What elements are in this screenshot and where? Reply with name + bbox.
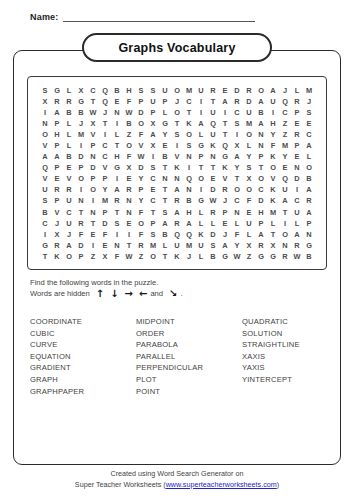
word-item: PLOT [136, 374, 242, 386]
grid-cell: P [87, 174, 99, 185]
grid-cell: N [255, 129, 267, 140]
grid-cell: A [39, 151, 51, 162]
grid-cell: I [147, 151, 159, 162]
grid-cell: T [123, 240, 135, 251]
grid-cell: A [255, 96, 267, 107]
grid-cell: N [255, 140, 267, 151]
grid-cell: E [219, 85, 231, 96]
grid-cell: N [207, 151, 219, 162]
grid-cell: R [63, 185, 75, 196]
grid-cell: U [63, 218, 75, 229]
grid-cell: S [171, 129, 183, 140]
grid-cell: J [51, 218, 63, 229]
grid-cell: G [219, 151, 231, 162]
grid-cell: S [243, 162, 255, 173]
grid-cell: Z [279, 129, 291, 140]
grid-cell: H [51, 129, 63, 140]
grid-cell: O [243, 185, 255, 196]
grid-cell: B [303, 174, 315, 185]
grid-cell: L [303, 151, 315, 162]
grid-cell: Q [99, 96, 111, 107]
grid-cell: A [303, 207, 315, 218]
grid-cell: K [195, 229, 207, 240]
grid-cell: C [303, 129, 315, 140]
grid-cell: O [243, 129, 255, 140]
grid-cell: R [123, 185, 135, 196]
grid-cell: G [111, 162, 123, 173]
grid-cell: X [87, 118, 99, 129]
grid-cell: Q [39, 162, 51, 173]
grid-cell: N [111, 240, 123, 251]
grid-cell: H [255, 207, 267, 218]
grid-cell: C [147, 174, 159, 185]
grid-cell: A [303, 140, 315, 151]
grid-cell: L [195, 218, 207, 229]
grid-cell: D [255, 196, 267, 207]
grid-cell: G [255, 251, 267, 262]
grid-cell: G [51, 85, 63, 96]
grid-cell: F [135, 207, 147, 218]
word-item: STRAIGHTLINE [242, 339, 348, 351]
grid-cell: S [135, 85, 147, 96]
grid-cell: P [147, 218, 159, 229]
grid-cell: K [207, 140, 219, 151]
grid-cell: U [39, 185, 51, 196]
grid-cell: S [39, 196, 51, 207]
grid-cell: Y [159, 129, 171, 140]
grid-cell: Y [135, 174, 147, 185]
grid-cell: Q [99, 85, 111, 96]
grid-cell: T [279, 207, 291, 218]
word-item: PARALLEL [136, 351, 242, 363]
grid-cell: N [39, 118, 51, 129]
grid-cell: X [231, 140, 243, 151]
word-item: YAXIS [242, 362, 348, 374]
grid-cell: B [63, 107, 75, 118]
grid-cell: X [243, 174, 255, 185]
grid-cell: P [147, 107, 159, 118]
grid-cell: T [207, 162, 219, 173]
grid-cell: T [39, 251, 51, 262]
website-link[interactable]: www.superteacherworksheets.com [166, 480, 277, 489]
grid-cell: T [87, 218, 99, 229]
grid-cell: S [159, 207, 171, 218]
grid-cell: O [255, 174, 267, 185]
grid-cell: T [219, 118, 231, 129]
grid-cell: P [255, 218, 267, 229]
grid-cell: N [159, 174, 171, 185]
grid-cell: V [63, 174, 75, 185]
grid-cell: Y [99, 185, 111, 196]
grid-cell: L [195, 207, 207, 218]
grid-cell: Z [135, 251, 147, 262]
grid-cell: E [123, 174, 135, 185]
grid-cell: A [51, 151, 63, 162]
grid-cell: T [75, 207, 87, 218]
grid-cell: Y [243, 151, 255, 162]
grid-cell: Q [207, 118, 219, 129]
grid-cell: G [39, 240, 51, 251]
word-item: EQUATION [30, 351, 136, 363]
grid-cell: G [195, 140, 207, 151]
name-row: Name: [30, 10, 330, 22]
name-blank-line [63, 10, 255, 22]
grid-cell: B [255, 107, 267, 118]
grid-cell: N [87, 207, 99, 218]
grid-cell: R [291, 96, 303, 107]
worksheet-page: Name: Graphs Vocabulary SGLXCQBHSSUOMURE… [0, 0, 354, 500]
grid-cell: C [279, 107, 291, 118]
grid-cell: K [51, 251, 63, 262]
grid-cell: L [231, 218, 243, 229]
grid-cell: P [99, 207, 111, 218]
grid-cell: K [267, 185, 279, 196]
grid-cell: W [291, 251, 303, 262]
grid-cell: X [243, 240, 255, 251]
grid-cell: T [159, 251, 171, 262]
instructions-line1: Find the following words in the puzzle. [30, 277, 183, 288]
puzzle-grid-box: SGLXCQBHSSUOMUREDROAJLMXRRGTQEFPUPJCITAR… [27, 76, 327, 270]
grid-cell: F [243, 196, 255, 207]
grid-cell: R [207, 207, 219, 218]
grid-cell: R [51, 96, 63, 107]
grid-cell: P [51, 140, 63, 151]
word-item: GRAPHPAPER [30, 386, 136, 398]
grid-cell: R [171, 218, 183, 229]
grid-cell: A [303, 185, 315, 196]
grid-cell: P [51, 162, 63, 173]
grid-cell: U [171, 240, 183, 251]
grid-cell: K [219, 162, 231, 173]
grid-cell: L [291, 218, 303, 229]
grid-cell: T [87, 96, 99, 107]
grid-cell: J [75, 118, 87, 129]
grid-cell: M [183, 240, 195, 251]
grid-cell: D [231, 85, 243, 96]
grid-cell: O [231, 185, 243, 196]
grid-cell: N [87, 151, 99, 162]
grid-cell: L [159, 240, 171, 251]
grid-cell: C [231, 196, 243, 207]
grid-cell: R [51, 185, 63, 196]
grid-cell: T [207, 96, 219, 107]
grid-cell: O [183, 129, 195, 140]
grid-cell: I [171, 140, 183, 151]
grid-cell: E [99, 240, 111, 251]
grid-cell: T [159, 162, 171, 173]
grid-cell: D [75, 151, 87, 162]
grid-cell: P [291, 140, 303, 151]
grid-cell: O [123, 140, 135, 151]
grid-cell: U [207, 129, 219, 140]
grid-cell: L [63, 129, 75, 140]
grid-cell: F [123, 151, 135, 162]
grid-cell: C [147, 196, 159, 207]
grid-cell: D [207, 185, 219, 196]
grid-cell: N [291, 162, 303, 173]
grid-cell: N [231, 207, 243, 218]
grid-cell: E [123, 218, 135, 229]
grid-cell: A [171, 185, 183, 196]
grid-cell: C [99, 140, 111, 151]
grid-cell: I [75, 140, 87, 151]
grid-cell: E [111, 96, 123, 107]
grid-cell: P [219, 207, 231, 218]
grid-cell: O [267, 162, 279, 173]
grid-cell: A [219, 96, 231, 107]
grid-cell: I [99, 129, 111, 140]
grid-cell: O [135, 218, 147, 229]
grid-cell: U [243, 218, 255, 229]
grid-cell: P [195, 151, 207, 162]
grid-cell: Q [183, 174, 195, 185]
grid-cell: F [123, 96, 135, 107]
grid-cell: Q [183, 229, 195, 240]
grid-cell: E [63, 162, 75, 173]
grid-cell: N [75, 196, 87, 207]
grid-cell: A [51, 107, 63, 118]
grid-cell: K [171, 251, 183, 262]
grid-cell: J [183, 251, 195, 262]
grid-cell: I [279, 218, 291, 229]
grid-cell: C [183, 96, 195, 107]
grid-cell: S [39, 85, 51, 96]
grid-cell: T [267, 229, 279, 240]
grid-cell: C [87, 85, 99, 96]
grid-cell: T [255, 162, 267, 173]
grid-cell: L [207, 218, 219, 229]
grid-cell: I [195, 107, 207, 118]
grid-cell: A [255, 229, 267, 240]
grid-cell: S [303, 107, 315, 118]
grid-cell: L [243, 229, 255, 240]
grid-cell: O [195, 174, 207, 185]
grid-cell: T [111, 140, 123, 151]
grid-cell: L [195, 129, 207, 140]
word-col-1: COORDINATECUBICCURVEEQUATIONGRADIENTGRAP… [30, 316, 136, 397]
grid-cell: S [147, 85, 159, 96]
grid-cell: R [75, 218, 87, 229]
grid-cell: L [291, 85, 303, 96]
grid-cell: O [147, 251, 159, 262]
grid-cell: N [111, 107, 123, 118]
grid-cell: E [291, 151, 303, 162]
grid-cell: P [291, 107, 303, 118]
grid-cell: T [111, 207, 123, 218]
grid-cell: I [183, 162, 195, 173]
grid-cell: I [39, 229, 51, 240]
grid-cell: Y [231, 240, 243, 251]
grid-cell: L [63, 85, 75, 96]
hidden-directions-text: Words are hidden [30, 288, 90, 299]
word-item: POINT [136, 386, 242, 398]
grid-cell: W [87, 107, 99, 118]
period-text: . [180, 288, 182, 299]
grid-cell: R [219, 185, 231, 196]
grid-cell: I [111, 174, 123, 185]
grid-cell: I [39, 107, 51, 118]
grid-cell: P [51, 196, 63, 207]
grid-cell: I [291, 185, 303, 196]
word-item: GRAPH [30, 374, 136, 386]
grid-cell: N [123, 207, 135, 218]
word-grid: SGLXCQBHSSUOMUREDROAJLMXRRGTQEFPUPJCITAR… [39, 85, 315, 262]
word-item: YINTERCEPT [242, 374, 348, 386]
diagonal-down-right-arrow-icon: ↘ [169, 289, 177, 299]
grid-cell: P [75, 162, 87, 173]
grid-cell: J [303, 96, 315, 107]
title-capsule: Graphs Vocabulary [82, 33, 272, 62]
grid-cell: R [279, 251, 291, 262]
grid-cell: M [99, 196, 111, 207]
grid-cell: T [159, 185, 171, 196]
grid-cell: S [147, 162, 159, 173]
grid-cell: A [147, 129, 159, 140]
grid-cell: J [99, 107, 111, 118]
grid-cell: C [39, 218, 51, 229]
grid-cell: Y [135, 196, 147, 207]
grid-cell: D [87, 162, 99, 173]
grid-cell: C [63, 207, 75, 218]
grid-cell: Q [171, 229, 183, 240]
grid-cell: R [207, 85, 219, 96]
footer: Created using Word Search Generator on S… [0, 469, 354, 490]
grid-cell: O [75, 174, 87, 185]
page-title: Graphs Vocabulary [118, 41, 235, 55]
grid-cell: P [99, 174, 111, 185]
grid-cell: A [159, 218, 171, 229]
grid-cell: A [279, 196, 291, 207]
grid-cell: W [231, 251, 243, 262]
grid-cell: P [159, 96, 171, 107]
grid-cell: A [63, 240, 75, 251]
word-item: MIDPOINT [136, 316, 242, 328]
grid-cell: U [195, 240, 207, 251]
grid-cell: A [183, 218, 195, 229]
grid-cell: L [63, 140, 75, 151]
grid-cell: T [183, 107, 195, 118]
grid-cell: M [267, 207, 279, 218]
grid-cell: E [303, 118, 315, 129]
word-col-2: MIDPOINTORDERPARABOLAPARALLELPERPENDICUL… [136, 316, 242, 397]
grid-cell: B [39, 207, 51, 218]
grid-cell: S [231, 118, 243, 129]
grid-cell: I [111, 229, 123, 240]
grid-cell: E [279, 162, 291, 173]
grid-cell: F [99, 229, 111, 240]
grid-cell: X [75, 85, 87, 96]
grid-cell: Z [279, 118, 291, 129]
grid-cell: E [291, 118, 303, 129]
grid-cell: X [123, 162, 135, 173]
grid-cell: E [207, 174, 219, 185]
grid-cell: G [267, 251, 279, 262]
up-arrow-icon: ↑ [96, 289, 104, 299]
grid-cell: Q [279, 96, 291, 107]
grid-cell: T [147, 207, 159, 218]
grid-cell: Z [243, 251, 255, 262]
grid-cell: V [51, 207, 63, 218]
grid-cell: J [171, 96, 183, 107]
grid-cell: M [303, 85, 315, 96]
instructions: Find the following words in the puzzle. … [30, 277, 183, 299]
grid-cell: I [267, 107, 279, 118]
grid-cell: V [135, 140, 147, 151]
word-col-3: QUADRATICSOLUTIONSTRAIGHTLINEXAXISYAXISY… [242, 316, 348, 397]
word-item: QUADRATIC [242, 316, 348, 328]
grid-cell: A [255, 118, 267, 129]
grid-cell: Y [267, 129, 279, 140]
grid-cell: L [63, 118, 75, 129]
grid-cell: B [159, 151, 171, 162]
grid-cell: K [267, 151, 279, 162]
grid-cell: V [99, 162, 111, 173]
grid-cell: S [207, 240, 219, 251]
grid-cell: O [255, 85, 267, 96]
grid-cell: O [135, 118, 147, 129]
grid-cell: A [111, 185, 123, 196]
grid-cell: G [75, 96, 87, 107]
grid-cell: O [63, 251, 75, 262]
grid-cell: B [123, 118, 135, 129]
grid-cell: I [195, 96, 207, 107]
grid-cell: L [243, 140, 255, 151]
word-item: COORDINATE [30, 316, 136, 328]
grid-cell: N [183, 151, 195, 162]
grid-cell: U [147, 96, 159, 107]
grid-cell: J [63, 229, 75, 240]
grid-cell: L [267, 218, 279, 229]
grid-cell: W [135, 151, 147, 162]
grid-cell: R [111, 196, 123, 207]
left-arrow-icon: ← [139, 289, 147, 299]
grid-cell: R [291, 129, 303, 140]
grid-cell: S [111, 218, 123, 229]
grid-cell: R [135, 240, 147, 251]
grid-cell: B [111, 85, 123, 96]
grid-cell: M [183, 85, 195, 96]
footer-line2: Super Teacher Worksheets (www.superteach… [0, 480, 354, 491]
grid-cell: K [183, 118, 195, 129]
grid-cell: L [111, 129, 123, 140]
grid-cell: F [135, 129, 147, 140]
grid-cell: P [135, 96, 147, 107]
grid-cell: Y [231, 162, 243, 173]
grid-cell: X [147, 118, 159, 129]
grid-cell: I [231, 129, 243, 140]
grid-cell: P [75, 251, 87, 262]
grid-cell: A [195, 118, 207, 129]
grid-cell: X [267, 240, 279, 251]
grid-cell: S [183, 140, 195, 151]
grid-cell: I [75, 185, 87, 196]
grid-cell: V [219, 174, 231, 185]
grid-cell: O [171, 107, 183, 118]
grid-cell: J [219, 196, 231, 207]
grid-cell: M [279, 140, 291, 151]
grid-cell: I [123, 229, 135, 240]
grid-cell: D [99, 218, 111, 229]
grid-cell: C [99, 151, 111, 162]
grid-cell: L [195, 251, 207, 262]
grid-cell: W [123, 107, 135, 118]
grid-cell: U [195, 85, 207, 96]
grid-cell: Y [279, 151, 291, 162]
grid-cell: R [231, 96, 243, 107]
grid-cell: R [171, 196, 183, 207]
grid-cell: I [219, 107, 231, 118]
grid-cell: H [123, 85, 135, 96]
